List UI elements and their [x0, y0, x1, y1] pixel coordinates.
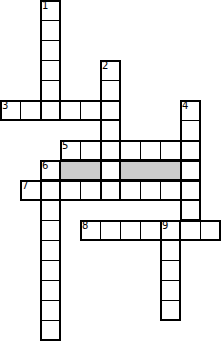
crossword-cell[interactable]	[100, 180, 121, 201]
crossword-cell[interactable]	[40, 200, 61, 221]
crossword-cell[interactable]	[20, 100, 41, 121]
crossword-cell[interactable]	[0, 100, 21, 121]
crossword-cell[interactable]	[40, 240, 61, 261]
crossword-cell[interactable]	[180, 120, 201, 141]
crossword-cell[interactable]	[100, 80, 121, 101]
crossword-cell[interactable]	[40, 60, 61, 81]
crossword-cell[interactable]	[160, 240, 181, 261]
crossword-cell[interactable]	[160, 260, 181, 281]
crossword-cell[interactable]	[100, 100, 121, 121]
crossword-cell[interactable]	[80, 220, 101, 241]
crossword-cell[interactable]	[100, 60, 121, 81]
crossword-cell[interactable]	[180, 160, 201, 181]
crossword-cell[interactable]	[60, 180, 81, 201]
crossword-cell[interactable]	[140, 180, 161, 201]
crossword-cell[interactable]	[60, 100, 81, 121]
crossword-cell[interactable]	[40, 280, 61, 301]
crossword-cell[interactable]	[40, 0, 61, 21]
crossword-cell[interactable]	[40, 100, 61, 121]
crossword-cell[interactable]	[160, 180, 181, 201]
crossword-cell[interactable]	[180, 100, 201, 121]
crossword-cell[interactable]	[60, 140, 81, 161]
crossword-cell[interactable]	[100, 120, 121, 141]
crossword-cell[interactable]	[160, 140, 181, 161]
crossword-cell[interactable]	[100, 140, 121, 161]
space-cell	[120, 160, 181, 181]
crossword-cell[interactable]	[40, 220, 61, 241]
crossword-cell[interactable]	[140, 220, 161, 241]
crossword-cell[interactable]	[20, 180, 41, 201]
crossword-cell[interactable]	[100, 220, 121, 241]
crossword-cell[interactable]	[200, 220, 221, 241]
crossword-cell[interactable]	[140, 140, 161, 161]
crossword-cell[interactable]	[40, 20, 61, 41]
crossword-cell[interactable]	[120, 140, 141, 161]
crossword-cell[interactable]	[40, 40, 61, 61]
crossword-cell[interactable]	[80, 100, 101, 121]
crossword-cell[interactable]	[160, 280, 181, 301]
crossword-cell[interactable]	[40, 180, 61, 201]
crossword-cell[interactable]	[40, 260, 61, 281]
crossword-cell[interactable]	[160, 300, 181, 321]
crossword-cell[interactable]	[180, 220, 201, 241]
crossword-cell[interactable]	[40, 160, 61, 181]
crossword-cell[interactable]	[180, 180, 201, 201]
crossword-cell[interactable]	[180, 140, 201, 161]
space-cell	[60, 160, 101, 181]
crossword-board: 123456789	[0, 0, 221, 341]
crossword-cell[interactable]	[80, 180, 101, 201]
crossword-cell[interactable]	[40, 300, 61, 321]
crossword-cell[interactable]	[120, 220, 141, 241]
crossword-cell[interactable]	[160, 220, 181, 241]
crossword-cell[interactable]	[180, 200, 201, 221]
crossword-cell[interactable]	[100, 160, 121, 181]
crossword-cell[interactable]	[80, 140, 101, 161]
crossword-cell[interactable]	[120, 180, 141, 201]
crossword-cell[interactable]	[40, 320, 61, 341]
crossword-cell[interactable]	[40, 80, 61, 101]
